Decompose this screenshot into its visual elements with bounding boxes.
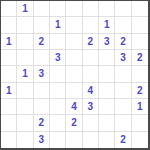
clue-cell-r3c3: 2 bbox=[34, 34, 50, 50]
clue-cell-r3c8: 2 bbox=[115, 34, 131, 50]
empty-cell-r6c3[interactable] bbox=[34, 83, 50, 99]
empty-cell-r9c2[interactable] bbox=[17, 132, 33, 148]
empty-cell-r9c7[interactable] bbox=[99, 132, 115, 148]
empty-cell-r8c4[interactable] bbox=[50, 115, 66, 131]
empty-cell-r2c5[interactable] bbox=[66, 17, 82, 33]
empty-cell-r6c5[interactable] bbox=[66, 83, 82, 99]
empty-cell-r6c8[interactable] bbox=[115, 83, 131, 99]
empty-cell-r1c1[interactable] bbox=[1, 1, 17, 17]
clue-cell-r9c8: 2 bbox=[115, 132, 131, 148]
clue-cell-r1c2: 1 bbox=[17, 1, 33, 17]
empty-cell-r9c6[interactable] bbox=[83, 132, 99, 148]
empty-cell-r8c7[interactable] bbox=[99, 115, 115, 131]
empty-cell-r4c5[interactable] bbox=[66, 50, 82, 66]
empty-cell-r4c3[interactable] bbox=[34, 50, 50, 66]
empty-cell-r2c8[interactable] bbox=[115, 17, 131, 33]
clue-cell-r2c7: 1 bbox=[99, 17, 115, 33]
empty-cell-r5c1[interactable] bbox=[1, 66, 17, 82]
clue-cell-r5c2: 1 bbox=[17, 66, 33, 82]
clue-cell-r9c3: 3 bbox=[34, 132, 50, 148]
empty-cell-r9c4[interactable] bbox=[50, 132, 66, 148]
clue-cell-r8c3: 2 bbox=[34, 115, 50, 131]
empty-cell-r1c7[interactable] bbox=[99, 1, 115, 17]
empty-cell-r7c2[interactable] bbox=[17, 99, 33, 115]
empty-cell-r5c4[interactable] bbox=[50, 66, 66, 82]
empty-cell-r3c5[interactable] bbox=[66, 34, 82, 50]
clue-cell-r3c6: 2 bbox=[83, 34, 99, 50]
empty-cell-r6c4[interactable] bbox=[50, 83, 66, 99]
empty-cell-r8c8[interactable] bbox=[115, 115, 131, 131]
empty-cell-r1c6[interactable] bbox=[83, 1, 99, 17]
empty-cell-r1c4[interactable] bbox=[50, 1, 66, 17]
empty-cell-r9c9[interactable] bbox=[132, 132, 148, 148]
empty-cell-r4c6[interactable] bbox=[83, 50, 99, 66]
clue-cell-r7c5: 4 bbox=[66, 99, 82, 115]
empty-cell-r8c6[interactable] bbox=[83, 115, 99, 131]
empty-cell-r7c8[interactable] bbox=[115, 99, 131, 115]
clue-cell-r7c9: 1 bbox=[132, 99, 148, 115]
empty-cell-r2c3[interactable] bbox=[34, 17, 50, 33]
empty-cell-r8c2[interactable] bbox=[17, 115, 33, 131]
empty-cell-r4c2[interactable] bbox=[17, 50, 33, 66]
puzzle-board: 11112232332131424312232 bbox=[0, 0, 150, 150]
clue-cell-r4c8: 3 bbox=[115, 50, 131, 66]
empty-cell-r5c7[interactable] bbox=[99, 66, 115, 82]
empty-cell-r3c2[interactable] bbox=[17, 34, 33, 50]
empty-cell-r5c9[interactable] bbox=[132, 66, 148, 82]
empty-cell-r6c7[interactable] bbox=[99, 83, 115, 99]
empty-cell-r2c2[interactable] bbox=[17, 17, 33, 33]
clue-cell-r6c6: 4 bbox=[83, 83, 99, 99]
empty-cell-r7c7[interactable] bbox=[99, 99, 115, 115]
empty-cell-r5c5[interactable] bbox=[66, 66, 82, 82]
empty-cell-r5c6[interactable] bbox=[83, 66, 99, 82]
clue-cell-r4c4: 3 bbox=[50, 50, 66, 66]
empty-cell-r9c5[interactable] bbox=[66, 132, 82, 148]
clue-cell-r7c6: 3 bbox=[83, 99, 99, 115]
empty-cell-r1c8[interactable] bbox=[115, 1, 131, 17]
clue-cell-r6c1: 1 bbox=[1, 83, 17, 99]
clue-cell-r4c9: 2 bbox=[132, 50, 148, 66]
empty-cell-r7c3[interactable] bbox=[34, 99, 50, 115]
empty-cell-r8c1[interactable] bbox=[1, 115, 17, 131]
empty-cell-r5c8[interactable] bbox=[115, 66, 131, 82]
clue-cell-r6c9: 2 bbox=[132, 83, 148, 99]
empty-cell-r3c9[interactable] bbox=[132, 34, 148, 50]
empty-cell-r4c1[interactable] bbox=[1, 50, 17, 66]
empty-cell-r1c5[interactable] bbox=[66, 1, 82, 17]
empty-cell-r3c4[interactable] bbox=[50, 34, 66, 50]
empty-cell-r2c6[interactable] bbox=[83, 17, 99, 33]
empty-cell-r9c1[interactable] bbox=[1, 132, 17, 148]
empty-cell-r4c7[interactable] bbox=[99, 50, 115, 66]
empty-cell-r1c3[interactable] bbox=[34, 1, 50, 17]
empty-cell-r2c9[interactable] bbox=[132, 17, 148, 33]
empty-cell-r2c1[interactable] bbox=[1, 17, 17, 33]
empty-cell-r1c9[interactable] bbox=[132, 1, 148, 17]
empty-cell-r6c2[interactable] bbox=[17, 83, 33, 99]
empty-cell-r8c9[interactable] bbox=[132, 115, 148, 131]
clue-cell-r2c4: 1 bbox=[50, 17, 66, 33]
clue-cell-r3c7: 3 bbox=[99, 34, 115, 50]
empty-cell-r7c1[interactable] bbox=[1, 99, 17, 115]
clue-cell-r8c5: 2 bbox=[66, 115, 82, 131]
clue-cell-r5c3: 3 bbox=[34, 66, 50, 82]
empty-cell-r7c4[interactable] bbox=[50, 99, 66, 115]
clue-cell-r3c1: 1 bbox=[1, 34, 17, 50]
